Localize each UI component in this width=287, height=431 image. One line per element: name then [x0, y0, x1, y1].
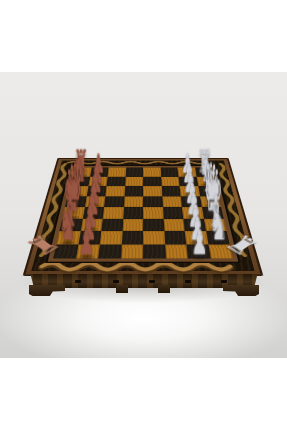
square-r0c2 — [108, 167, 126, 176]
square-r6c0: ♞ — [56, 231, 80, 244]
apron-slot — [113, 280, 119, 283]
checkerboard-grid: ♜♟♟♜♞♟♟♞♝♟♟♝♛♟♟♛♚♟♟♚♝♟♟♝♞♟♟♞♟♟ — [53, 167, 233, 258]
square-r4c2 — [103, 207, 124, 219]
apron-slot — [149, 280, 155, 283]
square-r1c4 — [143, 176, 161, 186]
square-r4c3 — [123, 207, 143, 219]
apron-slot — [185, 280, 191, 283]
square-r5c2 — [101, 219, 123, 231]
square-r4c5 — [163, 207, 184, 219]
copper-knight: ♞ — [58, 204, 76, 244]
square-r1c2 — [106, 176, 125, 186]
square-r4c4 — [143, 207, 163, 219]
photo-backdrop: ♜♟♟♜♞♟♟♞♝♟♟♝♛♟♟♛♚♟♟♚♝♟♟♝♞♟♟♞♟♟ ♜♜ — [0, 72, 287, 358]
square-r7c5 — [165, 244, 188, 258]
square-r7c1: ♟ — [76, 244, 100, 258]
square-r6c5 — [164, 231, 186, 244]
square-r7c3 — [121, 244, 143, 258]
square-r5c5 — [163, 219, 185, 231]
board-foot-center-right — [158, 285, 170, 293]
square-r3c2 — [104, 196, 124, 207]
square-r7c2 — [98, 244, 121, 258]
apron-slot — [221, 280, 227, 283]
square-r0c3 — [125, 167, 143, 176]
chess-board: ♜♟♟♜♞♟♟♞♝♟♟♝♛♟♟♛♚♟♟♚♝♟♟♝♞♟♟♞♟♟ ♜♜ — [23, 158, 264, 276]
product-photo-page: ♜♟♟♜♞♟♟♞♝♟♟♝♛♟♟♛♚♟♟♚♝♟♟♝♞♟♟♞♟♟ ♜♜ — [0, 0, 287, 431]
square-r3c4 — [143, 196, 163, 207]
square-r7c4 — [143, 244, 165, 258]
square-r1c3 — [125, 176, 143, 186]
apron-slot — [75, 280, 81, 283]
square-r7c6: ♟ — [186, 244, 210, 258]
square-r5c3 — [122, 219, 143, 231]
square-r5c4 — [143, 219, 164, 231]
square-r3c3 — [124, 196, 144, 207]
square-r6c4 — [143, 231, 165, 244]
copper-pawn: ♟ — [79, 227, 96, 259]
square-r0c4 — [143, 167, 161, 176]
square-r0c5 — [160, 167, 178, 176]
square-r6c7: ♞ — [206, 231, 230, 244]
square-r6c3 — [121, 231, 143, 244]
square-r3c5 — [162, 196, 182, 207]
square-r6c2 — [100, 231, 122, 244]
silver-knight: ♞ — [210, 204, 228, 244]
board-foot-center-left — [116, 285, 128, 293]
silver-pawn: ♟ — [191, 227, 208, 259]
square-r1c5 — [161, 176, 180, 186]
